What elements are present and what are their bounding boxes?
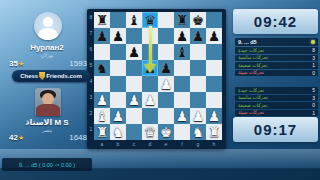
square-d1[interactable]: ♛ (142, 124, 158, 140)
avatar-silhouette-head-icon (43, 17, 53, 27)
black-rook-a8: ♜ (96, 12, 108, 28)
white-bishop-a2: ♝ (96, 108, 108, 124)
star-icon: ★ (18, 60, 24, 67)
file-label-h: h (206, 141, 222, 148)
square-b2[interactable]: ♟ (110, 108, 126, 124)
analysis-row: تحركات مناسبة 3 (235, 55, 318, 62)
player-card-top[interactable]: Нурлан2 نورلان 35★ 1593 (3, 4, 91, 68)
white-king-e1: ♚ (160, 124, 172, 140)
star-count-top: 35★ (9, 59, 24, 68)
square-a4[interactable] (94, 76, 110, 92)
file-label-f: f (174, 141, 190, 148)
square-h3[interactable] (206, 92, 222, 108)
player-name-top: Нурлан2 (3, 43, 91, 52)
square-h6[interactable] (206, 44, 222, 60)
square-g1[interactable]: ♞ (190, 124, 206, 140)
square-a8[interactable]: ♜ (94, 12, 110, 28)
square-d4[interactable] (142, 76, 158, 92)
square-a5[interactable]: ♞ (94, 60, 110, 76)
white-rook-h1: ♜ (208, 124, 220, 140)
square-g7[interactable]: ♟ (190, 28, 206, 44)
analysis-row: تحركات جيدة 8 (235, 47, 318, 54)
player-card-bottom[interactable]: الاستاذ M S مصر 42★ 1648 (3, 86, 91, 144)
player-stats-bottom: 42★ 1648 (9, 133, 87, 142)
square-f1[interactable] (174, 124, 190, 140)
square-h8[interactable] (206, 12, 222, 28)
logo-text-right: Friends.com (46, 73, 82, 79)
black-king-g8: ♚ (192, 12, 204, 28)
clock-top-time: 09:42 (254, 13, 297, 30)
file-label-a: a (94, 141, 110, 148)
analysis-row-label: تحركات سيئة (238, 110, 264, 115)
player-name-bottom: الاستاذ M S (3, 118, 91, 127)
square-h7[interactable]: ♟ (206, 28, 222, 44)
square-g8[interactable]: ♚ (190, 12, 206, 28)
square-d2[interactable] (142, 108, 158, 124)
square-h5[interactable] (206, 60, 222, 76)
black-pawn-c6: ♟ (128, 44, 140, 60)
file-label-c: c (126, 141, 142, 148)
player-stats-top: 35★ 1593 (9, 59, 87, 68)
chess-board[interactable]: ♜♝♛♜♚♟♟♟♟♟♟♝♞♟♟♟♟♟♟♝♟♟♟♟♜♞♛♚♞♜ (94, 12, 222, 140)
square-c8[interactable]: ♝ (126, 12, 142, 28)
square-a1[interactable]: ♜ (94, 124, 110, 140)
last-move-label: 9. ... d5 (238, 39, 257, 45)
square-e3[interactable] (158, 92, 174, 108)
analysis-panel-bottom: تحركات جيدة 5 تحركات مناسبة 3 تحركات ضعي… (235, 87, 318, 117)
analysis-row-label: تحركات مناسبة (238, 55, 268, 60)
square-h4[interactable] (206, 76, 222, 92)
avatar-top[interactable] (34, 12, 62, 40)
move-eval-text: 9. ... d5 ( 0.00 -> 0.00 ) (19, 162, 75, 168)
analysis-panel-top: 9. ... d5 تحركات جيدة 8 تحركات مناسبة 3 … (235, 38, 318, 77)
file-label-b: b (110, 141, 126, 148)
square-a7[interactable]: ♟ (94, 28, 110, 44)
analysis-row-value: 1 (312, 62, 315, 68)
square-f5[interactable] (174, 60, 190, 76)
file-label-e: e (158, 141, 174, 148)
square-g4[interactable] (190, 76, 206, 92)
analysis-row: تحركات ضعيفة 0 (235, 102, 318, 109)
black-bishop-c8: ♝ (128, 12, 140, 28)
chessfriends-logo[interactable]: Chess Friends.com (12, 70, 90, 82)
analysis-row-value: 3 (312, 95, 315, 101)
avatar-photo-shirt (36, 104, 60, 116)
analysis-row-label: تحركات جيدة (238, 88, 264, 93)
white-pawn-a3: ♟ (96, 92, 108, 108)
analysis-row-label: تحركات مناسبة (238, 95, 268, 100)
square-e5[interactable]: ♟ (158, 60, 174, 76)
square-e1[interactable]: ♚ (158, 124, 174, 140)
analysis-header-top: 9. ... d5 (235, 38, 318, 46)
avatar-silhouette-body-icon (38, 28, 58, 40)
square-h1[interactable]: ♜ (206, 124, 222, 140)
analysis-row-label: تحركات سيئة (238, 70, 264, 75)
square-f2[interactable]: ♟ (174, 108, 190, 124)
white-rook-a1: ♜ (96, 124, 108, 140)
black-pawn-f7: ♟ (176, 28, 188, 44)
square-g6[interactable] (190, 44, 206, 60)
file-label-d: d (142, 141, 158, 148)
game-screen: ♜♝♛♜♚♟♟♟♟♟♟♝♞♟♟♟♟♟♟♝♟♟♟♟♜♞♛♚♞♜ 87654321a… (0, 0, 320, 180)
white-pawn-e4: ♟ (160, 76, 172, 92)
square-b4[interactable] (110, 76, 126, 92)
square-c7[interactable] (126, 28, 142, 44)
shield-icon (39, 72, 45, 80)
square-b5[interactable] (110, 60, 126, 76)
clock-bottom-time: 09:17 (254, 121, 297, 138)
square-h2[interactable]: ♟ (206, 108, 222, 124)
white-knight-g1: ♞ (192, 124, 204, 140)
black-pawn-e5: ♟ (160, 60, 172, 76)
move-arrow-head-icon (144, 64, 156, 73)
star-icon: ★ (18, 134, 24, 141)
square-c4[interactable] (126, 76, 142, 92)
black-pawn-b7: ♟ (112, 28, 124, 44)
square-c5[interactable] (126, 60, 142, 76)
square-b1[interactable]: ♞ (110, 124, 126, 140)
square-b7[interactable]: ♟ (110, 28, 126, 44)
analysis-row: تحركات ضعيفة 1 (235, 62, 318, 69)
white-pawn-f2: ♟ (176, 108, 188, 124)
analysis-row-label: تحركات جيدة (238, 48, 264, 53)
analysis-row-value: 0 (312, 70, 315, 76)
black-knight-a5: ♞ (96, 60, 108, 76)
square-g3[interactable] (190, 92, 206, 108)
square-g5[interactable] (190, 60, 206, 76)
square-c6[interactable]: ♟ (126, 44, 142, 60)
analysis-row-value: 0 (312, 102, 315, 108)
white-knight-b1: ♞ (112, 124, 124, 140)
black-bishop-f6: ♝ (176, 44, 188, 60)
analysis-row: تحركات مناسبة 3 (235, 95, 318, 102)
move-quality-dot-icon (311, 40, 315, 44)
analysis-row-value: 5 (312, 87, 315, 93)
analysis-row-value: 3 (312, 55, 315, 61)
move-arrow-beam (149, 26, 152, 64)
clock-bottom: 09:17 (233, 117, 318, 142)
clock-top: 09:42 (233, 9, 318, 34)
analysis-row-value: 8 (312, 47, 315, 53)
square-c3[interactable]: ♟ (126, 92, 142, 108)
square-b6[interactable] (110, 44, 126, 60)
square-d3[interactable]: ♟ (142, 92, 158, 108)
black-pawn-a7: ♟ (96, 28, 108, 44)
analysis-row-label: تحركات ضعيفة (238, 63, 268, 68)
black-pawn-g7: ♟ (192, 28, 204, 44)
square-f3[interactable] (174, 92, 190, 108)
square-c2[interactable] (126, 108, 142, 124)
square-a3[interactable]: ♟ (94, 92, 110, 108)
white-queen-d1: ♛ (144, 124, 156, 140)
square-a6[interactable] (94, 44, 110, 60)
rating-top: 1593 (69, 59, 87, 68)
white-pawn-h2: ♟ (208, 108, 220, 124)
analysis-row-label: تحركات ضعيفة (238, 103, 268, 108)
square-f7[interactable]: ♟ (174, 28, 190, 44)
square-f8[interactable]: ♜ (174, 12, 190, 28)
black-rook-f8: ♜ (176, 12, 188, 28)
square-f6[interactable]: ♝ (174, 44, 190, 60)
white-pawn-g2: ♟ (192, 108, 204, 124)
white-pawn-d3: ♟ (144, 92, 156, 108)
square-e7[interactable] (158, 28, 174, 44)
square-e6[interactable] (158, 44, 174, 60)
avatar-bottom[interactable] (35, 88, 61, 116)
move-eval-bar: 9. ... d5 ( 0.00 -> 0.00 ) (2, 158, 92, 171)
player-subtitle-top: نورلان (3, 52, 91, 58)
square-b3[interactable] (110, 92, 126, 108)
square-a2[interactable]: ♝ (94, 108, 110, 124)
analysis-row: تحركات جيدة 5 (235, 87, 318, 94)
square-e8[interactable] (158, 12, 174, 28)
analysis-row-value: 1 (312, 110, 315, 116)
black-pawn-h7: ♟ (208, 28, 220, 44)
file-label-g: g (190, 141, 206, 148)
white-pawn-c3: ♟ (128, 92, 140, 108)
square-e4[interactable]: ♟ (158, 76, 174, 92)
rating-bottom: 1648 (69, 133, 87, 142)
square-g2[interactable]: ♟ (190, 108, 206, 124)
square-c1[interactable] (126, 124, 142, 140)
logo-text-left: Chess (20, 73, 38, 79)
analysis-row-bad: تحركات سيئة 1 (235, 110, 318, 117)
square-b8[interactable] (110, 12, 126, 28)
star-count-bottom: 42★ (9, 133, 24, 142)
square-e2[interactable] (158, 108, 174, 124)
white-pawn-b2: ♟ (112, 108, 124, 124)
square-f4[interactable] (174, 76, 190, 92)
analysis-row-bad: تحركات سيئة 0 (235, 70, 318, 77)
